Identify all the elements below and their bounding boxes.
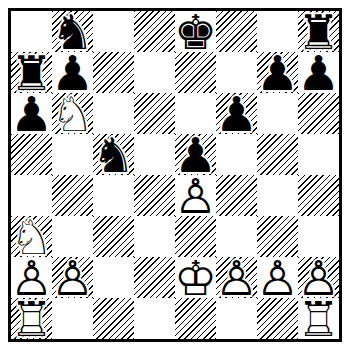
square-f3[interactable] bbox=[216, 216, 257, 257]
white-pawn: ♙ bbox=[175, 175, 216, 216]
white-rook-fill: ♜ bbox=[298, 298, 339, 339]
white-pawn: ♙ bbox=[216, 257, 257, 298]
square-f7[interactable] bbox=[216, 52, 257, 93]
square-g6[interactable] bbox=[257, 93, 298, 134]
square-g3[interactable] bbox=[257, 216, 298, 257]
square-b4[interactable] bbox=[52, 175, 93, 216]
white-knight: ♘ bbox=[52, 93, 93, 134]
square-e6[interactable] bbox=[175, 93, 216, 134]
white-pawn-fill: ♟ bbox=[11, 257, 52, 298]
square-a7[interactable]: ♜ bbox=[11, 52, 52, 93]
square-h8[interactable]: ♜ bbox=[298, 11, 339, 52]
square-c3[interactable] bbox=[93, 216, 134, 257]
square-h2[interactable]: ♟♙ bbox=[298, 257, 339, 298]
square-d4[interactable] bbox=[134, 175, 175, 216]
white-rook: ♖ bbox=[11, 298, 52, 339]
square-b5[interactable] bbox=[52, 134, 93, 175]
square-f8[interactable] bbox=[216, 11, 257, 52]
white-pawn-fill: ♟ bbox=[257, 257, 298, 298]
chess-diagram-page: ♞♚♜♜♟♟♟♟♞♘♟♞♟♟♙♞♘♟♙♟♙♚♔♟♙♟♙♟♙♜♖♜♖ bbox=[0, 0, 350, 350]
white-pawn-fill: ♟ bbox=[175, 175, 216, 216]
square-d2[interactable] bbox=[134, 257, 175, 298]
white-king-fill: ♚ bbox=[175, 257, 216, 298]
square-d3[interactable] bbox=[134, 216, 175, 257]
square-c4[interactable] bbox=[93, 175, 134, 216]
white-pawn: ♙ bbox=[52, 257, 93, 298]
white-king: ♔ bbox=[175, 257, 216, 298]
square-g1[interactable] bbox=[257, 298, 298, 339]
square-b2[interactable]: ♟♙ bbox=[52, 257, 93, 298]
square-d7[interactable] bbox=[134, 52, 175, 93]
square-a3[interactable]: ♞♘ bbox=[11, 216, 52, 257]
square-h1[interactable]: ♜♖ bbox=[298, 298, 339, 339]
square-f6[interactable]: ♟ bbox=[216, 93, 257, 134]
square-c8[interactable] bbox=[93, 11, 134, 52]
square-h3[interactable] bbox=[298, 216, 339, 257]
square-c1[interactable] bbox=[93, 298, 134, 339]
square-f4[interactable] bbox=[216, 175, 257, 216]
white-pawn-fill: ♟ bbox=[52, 257, 93, 298]
square-c7[interactable] bbox=[93, 52, 134, 93]
chess-board: ♞♚♜♜♟♟♟♟♞♘♟♞♟♟♙♞♘♟♙♟♙♚♔♟♙♟♙♟♙♜♖♜♖ bbox=[11, 11, 339, 339]
square-c6[interactable] bbox=[93, 93, 134, 134]
square-d8[interactable] bbox=[134, 11, 175, 52]
board-border: ♞♚♜♜♟♟♟♟♞♘♟♞♟♟♙♞♘♟♙♟♙♚♔♟♙♟♙♟♙♜♖♜♖ bbox=[8, 8, 342, 342]
square-g4[interactable] bbox=[257, 175, 298, 216]
square-g5[interactable] bbox=[257, 134, 298, 175]
square-e1[interactable] bbox=[175, 298, 216, 339]
square-h4[interactable] bbox=[298, 175, 339, 216]
white-pawn: ♙ bbox=[257, 257, 298, 298]
square-b7[interactable]: ♟ bbox=[52, 52, 93, 93]
square-c2[interactable] bbox=[93, 257, 134, 298]
black-pawn: ♟ bbox=[175, 134, 216, 175]
square-e2[interactable]: ♚♔ bbox=[175, 257, 216, 298]
black-pawn: ♟ bbox=[11, 93, 52, 134]
white-knight-fill: ♞ bbox=[11, 216, 52, 257]
white-knight-fill: ♞ bbox=[52, 93, 93, 134]
white-pawn: ♙ bbox=[11, 257, 52, 298]
square-a8[interactable] bbox=[11, 11, 52, 52]
square-e4[interactable]: ♟♙ bbox=[175, 175, 216, 216]
square-d6[interactable] bbox=[134, 93, 175, 134]
white-pawn: ♙ bbox=[298, 257, 339, 298]
square-e8[interactable]: ♚ bbox=[175, 11, 216, 52]
black-pawn: ♟ bbox=[298, 52, 339, 93]
black-pawn: ♟ bbox=[216, 93, 257, 134]
square-f2[interactable]: ♟♙ bbox=[216, 257, 257, 298]
square-h7[interactable]: ♟ bbox=[298, 52, 339, 93]
square-b1[interactable] bbox=[52, 298, 93, 339]
square-g7[interactable]: ♟ bbox=[257, 52, 298, 93]
white-knight: ♘ bbox=[11, 216, 52, 257]
square-e7[interactable] bbox=[175, 52, 216, 93]
square-c5[interactable]: ♞ bbox=[93, 134, 134, 175]
square-a6[interactable]: ♟ bbox=[11, 93, 52, 134]
white-rook: ♖ bbox=[298, 298, 339, 339]
square-b3[interactable] bbox=[52, 216, 93, 257]
square-a5[interactable] bbox=[11, 134, 52, 175]
square-h6[interactable] bbox=[298, 93, 339, 134]
square-g2[interactable]: ♟♙ bbox=[257, 257, 298, 298]
black-king: ♚ bbox=[175, 11, 216, 52]
square-a1[interactable]: ♜♖ bbox=[11, 298, 52, 339]
square-e3[interactable] bbox=[175, 216, 216, 257]
square-b6[interactable]: ♞♘ bbox=[52, 93, 93, 134]
black-knight: ♞ bbox=[52, 11, 93, 52]
white-rook-fill: ♜ bbox=[11, 298, 52, 339]
square-h5[interactable] bbox=[298, 134, 339, 175]
square-a4[interactable] bbox=[11, 175, 52, 216]
black-rook: ♜ bbox=[11, 52, 52, 93]
white-pawn-fill: ♟ bbox=[216, 257, 257, 298]
square-f1[interactable] bbox=[216, 298, 257, 339]
black-pawn: ♟ bbox=[52, 52, 93, 93]
black-rook: ♜ bbox=[298, 11, 339, 52]
square-g8[interactable] bbox=[257, 11, 298, 52]
square-e5[interactable]: ♟ bbox=[175, 134, 216, 175]
square-b8[interactable]: ♞ bbox=[52, 11, 93, 52]
black-pawn: ♟ bbox=[257, 52, 298, 93]
square-f5[interactable] bbox=[216, 134, 257, 175]
square-d1[interactable] bbox=[134, 298, 175, 339]
white-pawn-fill: ♟ bbox=[298, 257, 339, 298]
square-d5[interactable] bbox=[134, 134, 175, 175]
black-knight: ♞ bbox=[93, 134, 134, 175]
square-a2[interactable]: ♟♙ bbox=[11, 257, 52, 298]
